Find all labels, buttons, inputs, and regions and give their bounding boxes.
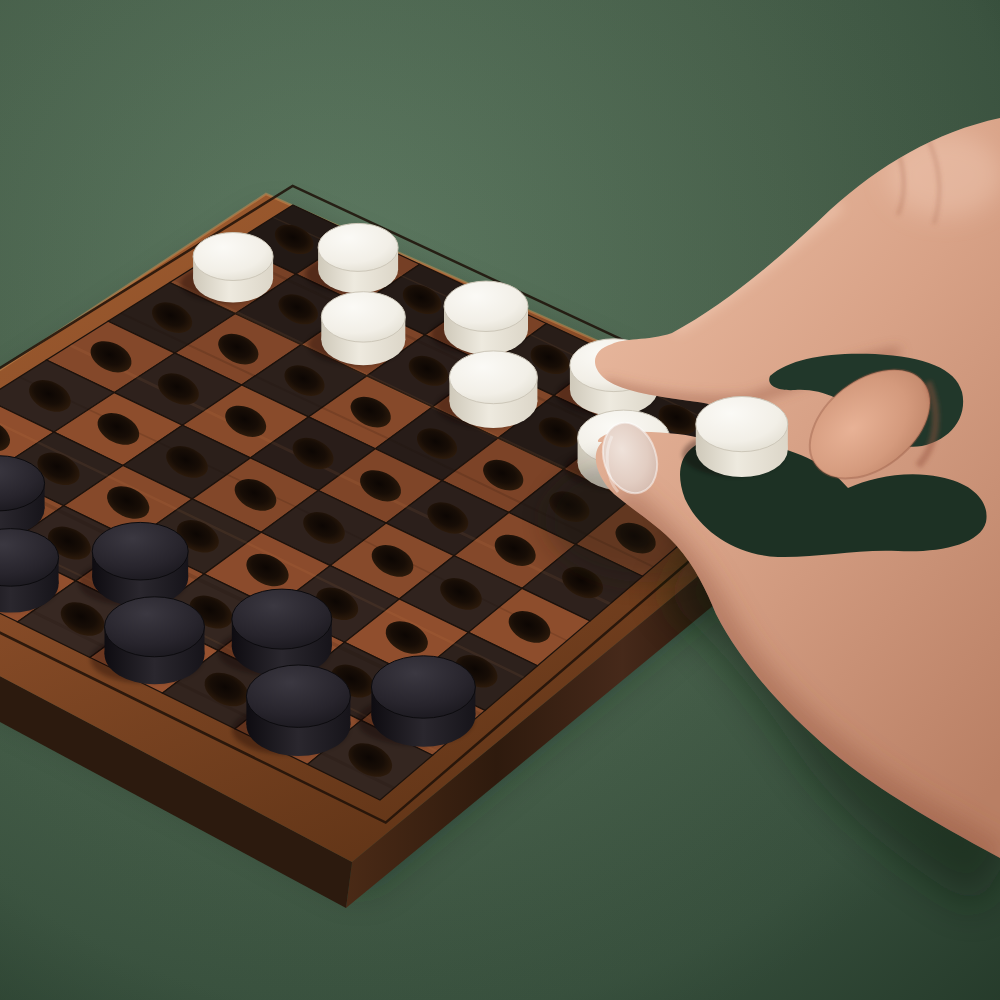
checker-black[interactable] [0,529,59,613]
photo-scene [0,0,1000,1000]
checkers-photo [0,0,1000,1000]
